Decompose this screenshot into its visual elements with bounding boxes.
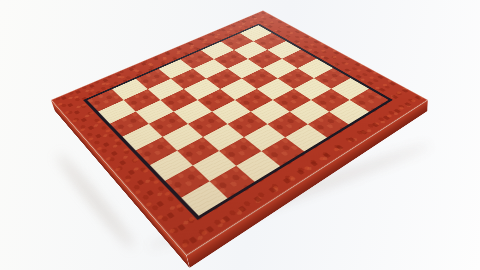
scene <box>0 0 480 270</box>
board-grid <box>87 25 388 216</box>
board-pinstripe-border <box>83 23 393 219</box>
photo-background <box>0 0 480 270</box>
